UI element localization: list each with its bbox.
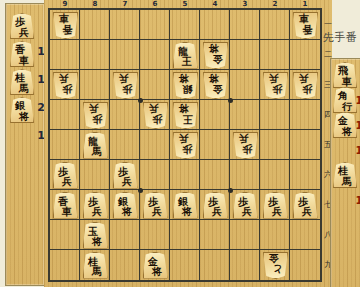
piece-kanji-bottom: 兵 (148, 103, 158, 114)
piece-kanji-top: 歩 (62, 83, 72, 94)
board-cell-6二[interactable] (140, 40, 170, 70)
board-cell-6六[interactable] (140, 160, 170, 190)
shogi-piece-金将[interactable]: 金将 (333, 112, 357, 138)
piece-kanji-bottom: 行 (342, 102, 352, 113)
piece-kanji-top: 金 (212, 83, 222, 94)
board-cell-8六[interactable] (80, 160, 110, 190)
board-cell-3一[interactable] (230, 10, 260, 40)
board-cell-3四[interactable] (230, 100, 260, 130)
board-cell-3八[interactable] (230, 220, 260, 250)
hand-slot-桂馬: 桂馬1 (333, 162, 357, 188)
shogi-piece-歩兵-3五[interactable]: 歩兵 (233, 132, 258, 159)
board-cell-8三[interactable] (80, 70, 110, 100)
piece-kanji-bottom: 将 (342, 127, 352, 138)
board-cell-6三[interactable] (140, 70, 170, 100)
board-cell-8一[interactable] (80, 10, 110, 40)
shogi-app: 歩兵1香車1桂馬2銀将1 987654321 一二三四五六七八九 香車香車龍王金… (0, 0, 360, 287)
board-cell-6五[interactable] (140, 130, 170, 160)
board-cell-7四[interactable] (110, 100, 140, 130)
shogi-piece-桂馬[interactable]: 桂馬 (10, 69, 34, 95)
shogi-piece-金将-4三[interactable]: 金将 (203, 72, 228, 99)
board-cell-4六[interactable] (200, 160, 230, 190)
shogi-piece-銀将-7七[interactable]: 銀将 (113, 192, 138, 219)
hand-slot-金将: 金将1 (333, 112, 357, 138)
piece-kanji-top: と (272, 263, 282, 274)
shogi-piece-歩兵-4七[interactable]: 歩兵 (203, 192, 228, 219)
shogi-piece-龍馬-8五[interactable]: 龍馬 (83, 132, 108, 159)
piece-kanji-top: 歩 (182, 143, 192, 154)
piece-kanji-bottom: 兵 (122, 177, 132, 188)
board-cell-7五[interactable] (110, 130, 140, 160)
file-label-4: 4 (200, 0, 230, 8)
hand-slot-角行: 角行1 (333, 87, 357, 113)
shogi-piece-歩兵-6四[interactable]: 歩兵 (143, 102, 168, 129)
shogi-piece-香車-9一[interactable]: 香車 (53, 12, 78, 39)
board-cell-5八[interactable] (170, 220, 200, 250)
shogi-piece-桂馬[interactable]: 桂馬 (333, 162, 357, 188)
hoshi-point (138, 188, 143, 193)
piece-kanji-bottom: 将 (152, 267, 162, 278)
shogi-piece-金将-4二[interactable]: 金将 (203, 42, 228, 69)
board-cell-9二[interactable] (50, 40, 80, 70)
piece-kanji-bottom: 兵 (88, 103, 98, 114)
hand-count-桂馬: 1 (354, 188, 360, 214)
hand-slot-銀将: 銀将1 (10, 97, 34, 123)
piece-kanji-bottom: 兵 (302, 207, 312, 218)
board-cell-9八[interactable] (50, 220, 80, 250)
file-label-6: 6 (140, 0, 170, 8)
piece-kanji-bottom: 金 (268, 253, 278, 264)
piece-kanji-bottom: 兵 (178, 133, 188, 144)
piece-kanji-bottom: 兵 (268, 73, 278, 84)
board-cell-1六[interactable] (290, 160, 320, 190)
shogi-piece-金将-6九[interactable]: 金将 (143, 252, 168, 279)
hoshi-point (228, 98, 233, 103)
board-cell-2一[interactable] (260, 10, 290, 40)
shogi-piece-歩兵-2三[interactable]: 歩兵 (263, 72, 288, 99)
piece-kanji-bottom: 馬 (342, 177, 352, 188)
shogi-piece-歩兵-8七[interactable]: 歩兵 (83, 192, 108, 219)
shogi-piece-歩兵-7六[interactable]: 歩兵 (113, 162, 138, 189)
piece-kanji-bottom: 兵 (272, 207, 282, 218)
board-cell-7九[interactable] (110, 250, 140, 280)
board-cell-9四[interactable] (50, 100, 80, 130)
board-cell-2六[interactable] (260, 160, 290, 190)
piece-kanji-bottom: 王 (182, 57, 192, 68)
shogi-piece-銀将[interactable]: 銀将 (10, 97, 34, 123)
shogi-piece-桂馬-8九[interactable]: 桂馬 (83, 252, 108, 279)
board-cell-4四[interactable] (200, 100, 230, 130)
piece-kanji-bottom: 兵 (118, 73, 128, 84)
board-cell-4五[interactable] (200, 130, 230, 160)
hand-slot-歩兵: 歩兵1 (10, 13, 34, 39)
board-cell-1四[interactable] (290, 100, 320, 130)
hoshi-point (228, 188, 233, 193)
shogi-piece-香車-9七[interactable]: 香車 (53, 192, 78, 219)
piece-kanji-bottom: 車 (342, 77, 352, 88)
hand-count-金将: 1 (354, 138, 360, 164)
piece-kanji-top: 歩 (152, 113, 162, 124)
piece-kanji-bottom: 兵 (212, 207, 222, 218)
shogi-piece-歩兵-1三[interactable]: 歩兵 (293, 72, 318, 99)
board-cell-7八[interactable] (110, 220, 140, 250)
shogi-piece-歩兵-9三[interactable]: 歩兵 (53, 72, 78, 99)
piece-kanji-bottom: 将 (208, 73, 218, 84)
board-cell-6八[interactable] (140, 220, 170, 250)
board-cell-1五[interactable] (290, 130, 320, 160)
piece-kanji-bottom: 車 (298, 13, 308, 24)
shogi-piece-歩兵-2七[interactable]: 歩兵 (263, 192, 288, 219)
piece-kanji-top: 歩 (242, 143, 252, 154)
shogi-piece-歩兵-8四[interactable]: 歩兵 (83, 102, 108, 129)
board-cell-9五[interactable] (50, 130, 80, 160)
board-cell-3二[interactable] (230, 40, 260, 70)
shogi-piece-歩兵-5五[interactable]: 歩兵 (173, 132, 198, 159)
piece-kanji-bottom: 将 (208, 43, 218, 54)
turn-indicator: 先手番 (320, 31, 360, 45)
sente-hand-panel: 飛車1角行1金将1桂馬1 (330, 58, 360, 287)
board-cell-1九[interactable] (290, 250, 320, 280)
shogi-piece-歩兵-1七[interactable]: 歩兵 (293, 192, 318, 219)
shogi-piece-歩兵[interactable]: 歩兵 (10, 13, 34, 39)
piece-kanji-bottom: 車 (19, 56, 29, 67)
board-cell-3三[interactable] (230, 70, 260, 100)
file-label-3: 3 (230, 0, 260, 8)
piece-kanji-top: 銀 (182, 83, 192, 94)
board-cell-4九[interactable] (200, 250, 230, 280)
piece-kanji-top: 歩 (272, 83, 282, 94)
piece-kanji-bottom: 将 (122, 207, 132, 218)
shogi-piece-銀将-5七[interactable]: 銀将 (173, 192, 198, 219)
piece-kanji-top: 香 (62, 23, 72, 34)
piece-kanji-bottom: 兵 (152, 207, 162, 218)
board-cell-5六[interactable] (170, 160, 200, 190)
file-label-2: 2 (260, 0, 290, 8)
piece-kanji-bottom: 将 (92, 237, 102, 248)
piece-kanji-bottom: 馬 (19, 84, 29, 95)
board-cell-2八[interactable] (260, 220, 290, 250)
file-label-5: 5 (170, 0, 200, 8)
board-cell-8二[interactable] (80, 40, 110, 70)
board-cell-2二[interactable] (260, 40, 290, 70)
file-label-8: 8 (80, 0, 110, 8)
hand-slot-飛車: 飛車1 (333, 62, 357, 88)
shogi-piece-飛車[interactable]: 飛車 (333, 62, 357, 88)
board-cell-4八[interactable] (200, 220, 230, 250)
piece-kanji-bottom: 兵 (62, 177, 72, 188)
shogi-piece-香車-1一[interactable]: 香車 (293, 12, 318, 39)
piece-kanji-bottom: 兵 (242, 207, 252, 218)
shogi-piece-歩兵-9六[interactable]: 歩兵 (53, 162, 78, 189)
board-cell-1二[interactable] (290, 40, 320, 70)
shogi-piece-歩兵-6七[interactable]: 歩兵 (143, 192, 168, 219)
piece-kanji-bottom: 馬 (92, 267, 102, 278)
board-cell-1八[interactable] (290, 220, 320, 250)
shogi-piece-角行[interactable]: 角行 (333, 87, 357, 113)
piece-kanji-bottom: 兵 (238, 133, 248, 144)
piece-kanji-bottom: 車 (62, 207, 72, 218)
board-cell-2四[interactable] (260, 100, 290, 130)
piece-kanji-bottom: 馬 (92, 147, 102, 158)
board-cell-5一[interactable] (170, 10, 200, 40)
board-cell-6一[interactable] (140, 10, 170, 40)
hand-slot-桂馬: 桂馬2 (10, 69, 34, 95)
piece-kanji-top: 歩 (302, 83, 312, 94)
shogi-piece-王将-5四[interactable]: 王将 (173, 102, 198, 129)
file-label-1: 1 (290, 0, 320, 8)
piece-kanji-bottom: 将 (19, 112, 29, 123)
shogi-board: 987654321 一二三四五六七八九 香車香車龍王金将歩兵歩兵銀将金将歩兵歩兵… (44, 0, 332, 287)
shogi-piece-銀将-5三[interactable]: 銀将 (173, 72, 198, 99)
piece-kanji-bottom: 兵 (58, 73, 68, 84)
board-cell-7一[interactable] (110, 10, 140, 40)
piece-kanji-top: 香 (302, 23, 312, 34)
hoshi-point (138, 98, 143, 103)
file-label-7: 7 (110, 0, 140, 8)
shogi-piece-香車[interactable]: 香車 (10, 41, 34, 67)
piece-kanji-top: 歩 (92, 113, 102, 124)
piece-kanji-bottom: 車 (58, 13, 68, 24)
hand-slot-香車: 香車1 (10, 41, 34, 67)
board-cell-4一[interactable] (200, 10, 230, 40)
shogi-piece-龍王-5二[interactable]: 龍王 (173, 42, 198, 69)
shogi-piece-と金-2九[interactable]: と金 (263, 252, 288, 279)
shogi-piece-玉将-8八[interactable]: 玉将 (83, 222, 108, 249)
board-cell-3六[interactable] (230, 160, 260, 190)
piece-kanji-bottom: 将 (178, 103, 188, 114)
shogi-piece-歩兵-7三[interactable]: 歩兵 (113, 72, 138, 99)
board-cell-7二[interactable] (110, 40, 140, 70)
piece-kanji-top: 王 (182, 113, 192, 124)
board-cell-9九[interactable] (50, 250, 80, 280)
piece-kanji-top: 金 (212, 53, 222, 64)
board-cell-3九[interactable] (230, 250, 260, 280)
piece-kanji-bottom: 兵 (19, 28, 29, 39)
piece-kanji-bottom: 将 (178, 73, 188, 84)
shogi-piece-歩兵-3七[interactable]: 歩兵 (233, 192, 258, 219)
piece-kanji-top: 歩 (122, 83, 132, 94)
piece-kanji-bottom: 将 (182, 207, 192, 218)
piece-kanji-bottom: 兵 (92, 207, 102, 218)
board-cell-5九[interactable] (170, 250, 200, 280)
gote-hand-panel: 歩兵1香車1桂馬2銀将1 (5, 3, 45, 286)
file-label-9: 9 (50, 0, 80, 8)
board-cell-2五[interactable] (260, 130, 290, 160)
piece-kanji-bottom: 兵 (298, 73, 308, 84)
